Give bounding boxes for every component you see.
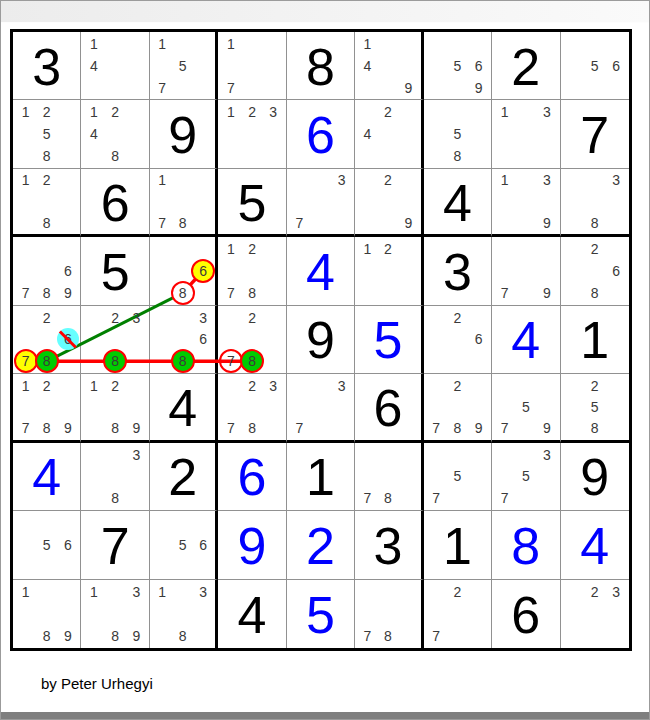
candidate-r5c1-3 [57,307,78,329]
candidate-r2c4-1: 1 [220,101,241,123]
cell-r7c8[interactable]: 357 [492,443,560,511]
pencil-grid-r5c2: 238 [81,306,148,373]
cell-r8c2[interactable]: 7 [81,511,149,579]
candidate-r9c9-7 [563,625,584,647]
candidate-r5c3-2 [172,307,192,329]
candidate-r2c1-7 [15,145,36,167]
cell-r8c5[interactable]: 2 [287,511,355,579]
cell-r3c8[interactable]: 139 [492,169,560,237]
cell-r1c9[interactable]: 56 [561,32,629,100]
candidate-r3c3-5 [172,191,192,212]
cell-r2c7[interactable]: 58 [424,100,492,168]
cell-r3c1[interactable]: 128 [13,169,81,237]
candidate-r3c3-1: 1 [152,170,172,191]
candidate-r3c9-8: 8 [584,212,605,233]
cell-r3c5[interactable]: 37 [287,169,355,237]
candidate-r9c7-4 [426,603,447,625]
cell-r3c9[interactable]: 38 [561,169,629,237]
cell-r7c1[interactable]: 4 [13,443,81,511]
candidate-r9c7-5 [447,603,468,625]
solved-digit-r1c5: 8 [306,41,335,93]
candidate-r5c3-6: 6 [193,329,213,351]
candidate-r2c7-1 [426,101,447,123]
candidate-r1c7-5: 5 [447,55,468,77]
candidate-r2c2-2: 2 [105,101,126,123]
solved-digit-r4c7: 3 [443,246,472,298]
pencil-grid-r6c2: 1289 [81,374,148,439]
pencil-grid-r9c7: 27 [424,580,491,648]
candidate-r5c2-7 [83,350,104,372]
cell-r7c7[interactable]: 57 [424,443,492,511]
candidate-r3c9-9 [606,212,627,233]
candidate-r2c4-8 [241,145,262,167]
pencil-grid-r6c7: 2789 [424,374,491,439]
candidate-r9c9-5 [584,603,605,625]
cell-r4c2[interactable]: 5 [81,237,149,305]
candidate-r7c2-9 [126,487,147,509]
candidate-r2c7-3 [468,101,489,123]
candidate-r4c6-6 [398,260,418,282]
candidate-r2c2-9 [126,145,147,167]
candidate-r4c6-2: 2 [378,238,398,260]
cell-r9c9[interactable]: 23 [561,580,629,648]
candidate-r1c7-6: 6 [468,55,489,77]
candidate-r4c4-3 [263,238,284,260]
candidate-r9c9-2: 2 [584,581,605,603]
candidate-r7c2-8: 8 [105,487,126,509]
candidate-r4c1-6: 6 [57,260,78,282]
candidate-r1c7-4 [426,55,447,77]
candidate-r2c6-8 [378,145,398,167]
candidate-r7c2-3: 3 [126,444,147,466]
candidate-r5c1-9 [57,350,78,372]
candidate-r4c4-5 [241,260,262,282]
candidate-r1c7-8 [447,77,468,99]
candidate-r8c1-9 [57,556,78,578]
candidate-r1c6-8 [378,77,398,99]
candidate-r7c6-4 [357,465,377,487]
candidate-r9c9-9 [606,625,627,647]
cell-r3c4[interactable]: 5 [218,169,286,237]
candidate-r1c2-2 [105,33,126,55]
solved-digit-r2c5: 6 [306,109,335,161]
cell-r2c6[interactable]: 24 [355,100,423,168]
candidate-r1c7-7 [426,77,447,99]
candidate-r2c2-4: 4 [83,123,104,145]
candidate-r6c4-5 [241,396,262,417]
cell-r4c8[interactable]: 79 [492,237,560,305]
cell-r6c8[interactable]: 579 [492,374,560,442]
candidate-r7c2-2 [105,444,126,466]
candidate-r4c1-7: 7 [15,282,36,304]
candidate-r4c9-4 [563,260,584,282]
candidate-r5c7-4 [426,329,447,351]
solved-digit-r4c2: 5 [101,246,130,298]
candidate-r5c2-1 [83,307,104,329]
candidate-r1c7-1 [426,33,447,55]
cell-r1c2[interactable]: 14 [81,32,149,100]
cell-r2c1[interactable]: 1258 [13,100,81,168]
cell-r4c9[interactable]: 268 [561,237,629,305]
candidate-r6c2-4 [83,396,104,417]
cell-r5c5[interactable]: 9 [287,306,355,374]
candidate-r9c3-7 [152,625,172,647]
candidate-r9c3-6 [193,603,213,625]
cell-r4c5[interactable]: 4 [287,237,355,305]
cell-r7c6[interactable]: 78 [355,443,423,511]
cell-r1c8[interactable]: 2 [492,32,560,100]
pencil-grid-r9c9: 23 [561,580,629,648]
candidate-r9c1-8: 8 [36,625,57,647]
cell-r1c7[interactable]: 569 [424,32,492,100]
candidate-r1c6-9: 9 [398,77,418,99]
candidate-r1c9-3 [606,33,627,55]
solved-digit-r8c5: 2 [306,520,335,572]
candidate-r1c4-2 [241,33,262,55]
candidate-r4c9-3 [606,238,627,260]
candidate-r2c8-3: 3 [536,101,557,123]
cell-r3c3[interactable]: 178 [150,169,218,237]
candidate-r6c9-3 [606,375,627,396]
candidate-r8c3-6: 6 [193,534,213,556]
cell-r3c2[interactable]: 6 [81,169,149,237]
candidate-r6c5-1 [289,375,310,396]
candidate-r9c3-5 [172,603,192,625]
candidate-r8c3-5: 5 [172,534,192,556]
candidate-r5c2-3: 3 [126,307,147,329]
candidate-r4c9-8: 8 [584,282,605,304]
pencil-grid-r8c1: 56 [13,511,80,578]
solved-digit-r4c5: 4 [306,246,335,298]
candidate-r5c1-2: 2 [36,307,57,329]
candidate-r3c3-9 [193,212,213,233]
candidate-r1c4-1: 1 [220,33,241,55]
cell-r8c4[interactable]: 9 [218,511,286,579]
candidate-r3c5-5 [310,191,331,212]
cell-r4c6[interactable]: 12 [355,237,423,305]
candidate-r3c1-5 [36,191,57,212]
candidate-r7c8-9 [536,487,557,509]
cell-r6c4[interactable]: 2378 [218,374,286,442]
candidate-r4c1-5 [36,260,57,282]
candidate-r5c2-2: 2 [105,307,126,329]
candidate-r5c1-1 [15,307,36,329]
pencil-grid-r2c1: 1258 [13,100,80,167]
candidate-r6c8-1 [494,375,515,396]
pencil-grid-r9c2: 1389 [81,580,148,648]
cell-r5c9[interactable]: 1 [561,306,629,374]
candidate-r1c3-7: 7 [152,77,172,99]
candidate-r5c1-8: 8 [36,350,57,372]
candidate-r7c2-5 [105,465,126,487]
candidate-r6c7-2: 2 [447,375,468,396]
candidate-r1c3-1: 1 [152,33,172,55]
candidate-r4c4-1: 1 [220,238,241,260]
cell-r8c6[interactable]: 3 [355,511,423,579]
cell-r7c2[interactable]: 38 [81,443,149,511]
candidate-r5c1-5 [36,329,57,351]
candidate-r1c3-8 [172,77,192,99]
candidate-r9c6-1 [357,581,377,603]
cell-r9c1[interactable]: 189 [13,580,81,648]
cell-r6c3[interactable]: 4 [150,374,218,442]
cell-r4c3[interactable]: 68 [150,237,218,305]
pencil-grid-r5c4: 278 [218,306,285,373]
candidate-r7c7-8 [447,487,468,509]
cell-r8c7[interactable]: 1 [424,511,492,579]
cell-r6c2[interactable]: 1289 [81,374,149,442]
candidate-r2c7-9 [468,145,489,167]
candidate-r6c9-8: 8 [584,418,605,439]
cell-r1c4[interactable]: 17 [218,32,286,100]
candidate-r4c1-2 [36,238,57,260]
candidate-r9c2-9: 9 [126,625,147,647]
candidate-r2c2-6 [126,123,147,145]
candidate-r4c6-7 [357,282,377,304]
candidate-r2c2-3 [126,101,147,123]
cell-r7c4[interactable]: 6 [218,443,286,511]
candidate-r6c7-7: 7 [426,418,447,439]
cell-r2c9[interactable]: 7 [561,100,629,168]
cell-r5c7[interactable]: 26 [424,306,492,374]
cell-r6c6[interactable]: 6 [355,374,423,442]
cell-r2c2[interactable]: 1248 [81,100,149,168]
cell-r8c3[interactable]: 56 [150,511,218,579]
candidate-r3c8-1: 1 [494,170,515,191]
cell-r9c8[interactable]: 6 [492,580,560,648]
cell-r5c1[interactable]: 2678 [13,306,81,374]
candidate-r5c7-6: 6 [468,329,489,351]
candidate-r1c6-6 [398,55,418,77]
cell-r2c3[interactable]: 9 [150,100,218,168]
cell-r7c3[interactable]: 2 [150,443,218,511]
cell-r5c6[interactable]: 5 [355,306,423,374]
candidate-r1c3-5: 5 [172,55,192,77]
candidate-r3c1-9 [57,212,78,233]
candidate-r6c5-8 [310,418,331,439]
candidate-r1c6-7 [357,77,377,99]
pencil-grid-r4c3: 68 [150,237,215,304]
cell-r9c5[interactable]: 5 [287,580,355,648]
candidate-r9c1-5 [36,603,57,625]
cell-r7c9[interactable]: 9 [561,443,629,511]
candidate-r2c4-5 [241,123,262,145]
candidate-r4c8-1 [494,238,515,260]
cell-r2c4[interactable]: 123 [218,100,286,168]
solved-digit-r5c8: 4 [511,314,540,366]
candidate-r8c1-1 [15,512,36,534]
candidate-r9c1-7 [15,625,36,647]
candidate-r4c1-4 [15,260,36,282]
cell-r1c6[interactable]: 149 [355,32,423,100]
candidate-r6c5-4 [289,396,310,417]
candidate-r6c2-1: 1 [83,375,104,396]
cell-r4c1[interactable]: 6789 [13,237,81,305]
candidate-r2c4-9 [263,145,284,167]
candidate-r1c3-3 [193,33,213,55]
candidate-r9c1-4 [15,603,36,625]
candidate-r6c8-3 [536,375,557,396]
candidate-r9c6-2 [378,581,398,603]
candidate-r1c2-7 [83,77,104,99]
pencil-grid-r4c6: 12 [355,237,420,304]
candidate-r4c6-9 [398,282,418,304]
candidate-r5c1-7: 7 [15,350,36,372]
cell-r6c1[interactable]: 12789 [13,374,81,442]
cell-r2c8[interactable]: 13 [492,100,560,168]
cell-r5c4[interactable]: 278 [218,306,286,374]
candidate-r3c1-2: 2 [36,170,57,191]
cell-r8c1[interactable]: 56 [13,511,81,579]
candidate-r4c3-2 [172,238,192,260]
cell-r5c8[interactable]: 4 [492,306,560,374]
candidate-r8c1-7 [15,556,36,578]
candidate-r9c9-8 [584,625,605,647]
candidate-r6c5-9 [331,418,352,439]
solved-digit-r7c3: 2 [168,451,197,503]
candidate-r3c1-8: 8 [36,212,57,233]
solved-digit-r8c7: 1 [443,520,472,572]
cell-r1c5[interactable]: 8 [287,32,355,100]
candidate-r9c7-2: 2 [447,581,468,603]
candidate-r3c9-2 [584,170,605,191]
cell-r5c2[interactable]: 238 [81,306,149,374]
cell-r4c7[interactable]: 3 [424,237,492,305]
candidate-r9c9-3: 3 [606,581,627,603]
cell-r3c6[interactable]: 29 [355,169,423,237]
cell-r6c7[interactable]: 2789 [424,374,492,442]
candidate-r4c3-7 [152,282,172,304]
pencil-grid-r8c3: 56 [150,511,215,578]
cell-r7c5[interactable]: 1 [287,443,355,511]
candidate-r4c4-9 [263,282,284,304]
cell-r9c7[interactable]: 27 [424,580,492,648]
cell-r2c5[interactable]: 6 [287,100,355,168]
cell-r1c1[interactable]: 3 [13,32,81,100]
candidate-r3c3-4 [152,191,172,212]
candidate-r5c3-3: 3 [193,307,213,329]
candidate-r9c9-6 [606,603,627,625]
candidate-r6c1-9: 9 [57,418,78,439]
candidate-r3c9-6 [606,191,627,212]
candidate-r9c7-9 [468,625,489,647]
candidate-r1c6-4: 4 [357,55,377,77]
candidate-r9c2-4 [83,603,104,625]
candidate-r5c7-8 [447,350,468,372]
pencil-grid-r6c5: 37 [287,374,354,439]
candidate-r9c1-3 [57,581,78,603]
candidate-r3c9-5 [584,191,605,212]
cell-r8c8[interactable]: 8 [492,511,560,579]
candidate-r9c6-7: 7 [357,625,377,647]
candidate-r6c7-4 [426,396,447,417]
candidate-r5c3-7 [152,350,172,372]
cell-r8c9[interactable]: 4 [561,511,629,579]
candidate-r7c2-7 [83,487,104,509]
candidate-r6c1-2: 2 [36,375,57,396]
candidate-r3c1-1: 1 [15,170,36,191]
candidate-r3c1-4 [15,191,36,212]
candidate-r6c1-1: 1 [15,375,36,396]
candidate-r1c4-4 [220,55,241,77]
candidate-r3c8-6 [536,191,557,212]
candidate-r3c5-8 [310,212,331,233]
candidate-r4c6-3 [398,238,418,260]
candidate-r1c2-8 [105,77,126,99]
candidate-r1c9-9 [606,77,627,99]
solved-digit-r3c4: 5 [238,177,267,229]
pencil-grid-r5c3: 368 [150,306,215,373]
candidate-r6c7-6 [468,396,489,417]
cell-r4c4[interactable]: 1278 [218,237,286,305]
candidate-r5c4-2: 2 [241,307,262,329]
candidate-r2c1-6 [57,123,78,145]
cell-r9c3[interactable]: 138 [150,580,218,648]
cell-r9c4[interactable]: 4 [218,580,286,648]
sudoku-app-window: 3141571781495692561258124891236245813712… [0,0,650,720]
candidate-r6c2-6 [126,396,147,417]
cell-r5c3[interactable]: 368 [150,306,218,374]
cell-r9c2[interactable]: 1389 [81,580,149,648]
candidate-r4c4-8: 8 [241,282,262,304]
solved-digit-r1c1: 3 [32,41,61,93]
cell-r1c3[interactable]: 157 [150,32,218,100]
candidate-r1c9-7 [563,77,584,99]
candidate-r3c1-3 [57,170,78,191]
candidate-r9c7-8 [447,625,468,647]
candidate-r6c2-2: 2 [105,375,126,396]
candidate-r2c6-7 [357,145,377,167]
candidate-r2c7-6 [468,123,489,145]
candidate-r3c6-6 [398,191,418,212]
candidate-r6c8-2 [515,375,536,396]
candidate-r5c3-4 [152,329,172,351]
candidate-r3c6-1 [357,170,377,191]
pencil-grid-r2c6: 24 [355,100,420,167]
candidate-r9c1-1: 1 [15,581,36,603]
cell-r6c9[interactable]: 258 [561,374,629,442]
candidate-r5c7-3 [468,307,489,329]
candidate-r2c6-9 [398,145,418,167]
candidate-r1c4-7: 7 [220,77,241,99]
candidate-r5c2-5 [105,329,126,351]
pencil-grid-r3c6: 29 [355,169,420,234]
candidate-r3c3-6 [193,191,213,212]
candidate-r2c8-4 [494,123,515,145]
candidate-r5c4-8: 8 [241,350,262,372]
candidate-r9c6-5 [378,603,398,625]
cell-r6c5[interactable]: 37 [287,374,355,442]
pencil-grid-r9c3: 138 [150,580,215,648]
solved-digit-r6c6: 6 [373,382,402,434]
pencil-grid-r1c4: 17 [218,32,285,99]
candidate-r1c6-2 [378,33,398,55]
candidate-r4c4-2: 2 [241,238,262,260]
candidate-r4c4-6 [263,260,284,282]
candidate-r2c7-8: 8 [447,145,468,167]
candidate-r5c1-4 [15,329,36,351]
solved-digit-r3c2: 6 [101,177,130,229]
cell-r9c6[interactable]: 78 [355,580,423,648]
cell-r3c7[interactable]: 4 [424,169,492,237]
candidate-r8c1-4 [15,534,36,556]
pencil-grid-r1c2: 14 [81,32,148,99]
candidate-r8c1-5: 5 [36,534,57,556]
candidate-r7c8-5: 5 [515,465,536,487]
pencil-grid-r2c2: 1248 [81,100,148,167]
candidate-r9c7-3 [468,581,489,603]
candidate-r6c4-7: 7 [220,418,241,439]
